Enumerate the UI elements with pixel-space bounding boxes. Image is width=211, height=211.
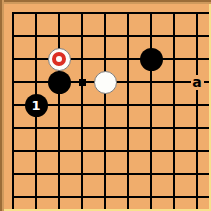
white-stone-circled xyxy=(48,48,71,71)
grid-line-horizontal xyxy=(12,58,209,60)
grid-line-horizontal xyxy=(12,12,209,14)
point-label-a: a xyxy=(191,75,204,90)
red-circle-mark xyxy=(52,52,66,66)
grid-line-horizontal xyxy=(12,150,209,152)
grid-line-horizontal xyxy=(12,127,209,129)
white-stone xyxy=(94,71,117,94)
black-stone-1: 1 xyxy=(25,94,48,117)
move-number-label: 1 xyxy=(31,99,40,112)
board-left-edge xyxy=(0,0,4,211)
board-top-edge xyxy=(0,0,211,4)
grid-line-vertical xyxy=(58,12,60,209)
grid-line-vertical xyxy=(104,12,106,209)
board-cut-edge-bottom xyxy=(4,209,211,211)
grid-line-horizontal xyxy=(12,196,209,198)
grid-line-vertical xyxy=(173,12,175,209)
grid-line-vertical xyxy=(12,12,14,209)
black-stone xyxy=(48,71,71,94)
grid-line-vertical xyxy=(150,12,152,209)
grid-line-vertical xyxy=(127,12,129,209)
grid-line-horizontal xyxy=(12,173,209,175)
grid-line-vertical xyxy=(196,12,198,209)
go-diagram: a1 xyxy=(0,0,211,211)
hoshi-star-point xyxy=(79,79,86,86)
grid-line-horizontal xyxy=(12,35,209,37)
black-stone xyxy=(140,48,163,71)
board-cut-edge-right xyxy=(209,4,211,211)
grid-line-vertical xyxy=(81,12,83,209)
